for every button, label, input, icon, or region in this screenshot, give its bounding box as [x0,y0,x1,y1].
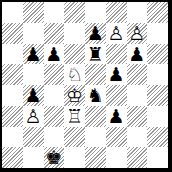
white-knight-icon: ♞♘ [64,64,85,85]
square-b8[interactable] [23,2,44,23]
square-d1[interactable] [64,147,85,168]
square-g2[interactable] [127,127,148,148]
square-b1[interactable] [23,147,44,168]
square-a3[interactable] [2,106,23,127]
square-f5[interactable]: ♟ [106,64,127,85]
square-a5[interactable] [2,64,23,85]
square-e8[interactable] [85,2,106,23]
square-f1[interactable] [106,147,127,168]
square-b6[interactable]: ♟ [23,44,44,65]
square-h3[interactable] [147,106,168,127]
square-e3[interactable] [85,106,106,127]
square-e1[interactable] [85,147,106,168]
black-pawn-icon: ♟ [23,44,44,65]
white-pawn-icon: ♟♙ [106,23,127,44]
square-c4[interactable] [44,85,65,106]
white-pawn-icon: ♟♙ [23,106,44,127]
square-e7[interactable]: ♟ [85,23,106,44]
square-b2[interactable] [23,127,44,148]
square-b4[interactable]: ♟ [23,85,44,106]
square-f4[interactable] [106,85,127,106]
square-b7[interactable] [23,23,44,44]
square-d6[interactable] [64,44,85,65]
square-h4[interactable] [147,85,168,106]
square-g1[interactable] [127,147,148,168]
white-king-icon: ♚♔ [64,85,85,106]
square-a6[interactable] [2,44,23,65]
black-pawn-icon: ♟ [127,44,148,65]
square-f3[interactable]: ♟ [106,106,127,127]
square-h6[interactable] [147,44,168,65]
square-d5[interactable]: ♞♘ [64,64,85,85]
square-d3[interactable]: ♜♖ [64,106,85,127]
square-f8[interactable] [106,2,127,23]
black-pawn-icon: ♟ [106,106,127,127]
square-c5[interactable] [44,64,65,85]
square-a4[interactable] [2,85,23,106]
square-b3[interactable]: ♟♙ [23,106,44,127]
square-h7[interactable] [147,23,168,44]
white-rook-icon: ♜♖ [64,106,85,127]
square-a7[interactable] [2,23,23,44]
square-d4[interactable]: ♚♔ [64,85,85,106]
white-pawn-icon: ♟♙ [127,23,148,44]
square-h2[interactable] [147,127,168,148]
chess-board: ♟♟♙♟♙♟♟♜♟♞♘♟♟♚♔♞♟♙♜♖♟♚ [2,2,168,168]
square-d2[interactable] [64,127,85,148]
chess-board-frame: ♟♟♙♟♙♟♟♜♟♞♘♟♟♚♔♞♟♙♜♖♟♚ [0,0,172,172]
black-pawn-icon: ♟ [23,85,44,106]
square-a1[interactable] [2,147,23,168]
square-g5[interactable] [127,64,148,85]
square-c1[interactable]: ♚ [44,147,65,168]
square-h1[interactable] [147,147,168,168]
square-e5[interactable] [85,64,106,85]
square-g6[interactable]: ♟ [127,44,148,65]
black-knight-icon: ♞ [85,85,106,106]
black-pawn-icon: ♟ [44,44,65,65]
square-a8[interactable] [2,2,23,23]
square-g7[interactable]: ♟♙ [127,23,148,44]
black-rook-icon: ♜ [85,44,106,65]
square-c7[interactable] [44,23,65,44]
black-pawn-icon: ♟ [106,64,127,85]
square-d7[interactable] [64,23,85,44]
black-pawn-icon: ♟ [85,23,106,44]
square-g3[interactable] [127,106,148,127]
square-g4[interactable] [127,85,148,106]
square-e6[interactable]: ♜ [85,44,106,65]
square-g8[interactable] [127,2,148,23]
square-h5[interactable] [147,64,168,85]
square-c3[interactable] [44,106,65,127]
square-h8[interactable] [147,2,168,23]
square-b5[interactable] [23,64,44,85]
square-c6[interactable]: ♟ [44,44,65,65]
square-a2[interactable] [2,127,23,148]
square-e2[interactable] [85,127,106,148]
square-c8[interactable] [44,2,65,23]
square-d8[interactable] [64,2,85,23]
square-c2[interactable] [44,127,65,148]
black-king-icon: ♚ [44,147,65,168]
square-e4[interactable]: ♞ [85,85,106,106]
square-f7[interactable]: ♟♙ [106,23,127,44]
square-f2[interactable] [106,127,127,148]
square-f6[interactable] [106,44,127,65]
